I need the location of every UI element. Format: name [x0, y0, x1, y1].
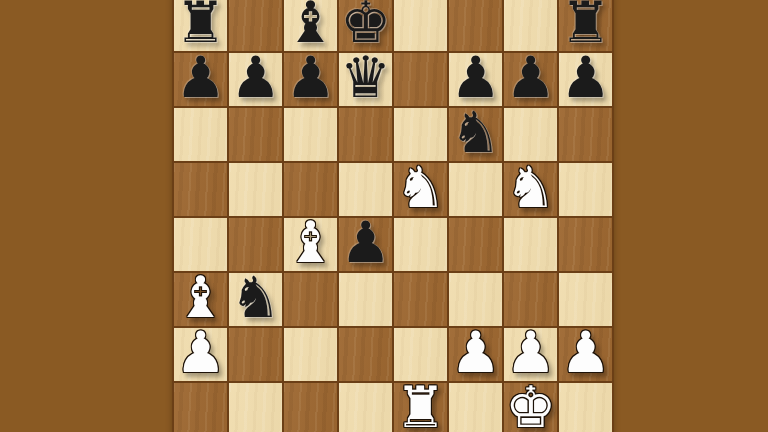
square-e5[interactable]: ♞ — [393, 162, 448, 217]
square-a6[interactable] — [173, 107, 228, 162]
piece-black-bishop[interactable]: ♝ — [285, 0, 336, 50]
piece-black-pawn[interactable]: ♟ — [285, 50, 336, 105]
piece-white-pawn[interactable]: ♟ — [175, 325, 226, 380]
chess-board: ♜♝♚♜♟♟♟♛♟♟♟♞♞♞♝♟♝♞♟♟♟♟♜♚ — [172, 0, 614, 432]
piece-white-pawn[interactable]: ♟ — [560, 325, 611, 380]
piece-black-pawn[interactable]: ♟ — [230, 50, 281, 105]
square-f2[interactable]: ♟ — [448, 327, 503, 382]
square-d4[interactable]: ♟ — [338, 217, 393, 272]
piece-black-pawn[interactable]: ♟ — [505, 50, 556, 105]
square-a1[interactable] — [173, 382, 228, 432]
square-c6[interactable] — [283, 107, 338, 162]
square-g5[interactable]: ♞ — [503, 162, 558, 217]
square-h6[interactable] — [558, 107, 613, 162]
square-h4[interactable] — [558, 217, 613, 272]
square-f5[interactable] — [448, 162, 503, 217]
square-e1[interactable]: ♜ — [393, 382, 448, 432]
square-h5[interactable] — [558, 162, 613, 217]
piece-white-bishop[interactable]: ♝ — [175, 270, 226, 325]
piece-white-knight[interactable]: ♞ — [505, 160, 556, 215]
piece-black-rook[interactable]: ♜ — [175, 0, 226, 50]
piece-white-rook[interactable]: ♜ — [395, 380, 446, 432]
square-c7[interactable]: ♟ — [283, 52, 338, 107]
square-c2[interactable] — [283, 327, 338, 382]
piece-black-pawn[interactable]: ♟ — [560, 50, 611, 105]
page-background: ♜♝♚♜♟♟♟♛♟♟♟♞♞♞♝♟♝♞♟♟♟♟♜♚ — [0, 0, 768, 432]
square-f6[interactable]: ♞ — [448, 107, 503, 162]
square-b5[interactable] — [228, 162, 283, 217]
piece-black-queen[interactable]: ♛ — [340, 50, 391, 105]
square-a5[interactable] — [173, 162, 228, 217]
square-g1[interactable]: ♚ — [503, 382, 558, 432]
piece-white-bishop[interactable]: ♝ — [285, 215, 336, 270]
square-d3[interactable] — [338, 272, 393, 327]
piece-black-knight[interactable]: ♞ — [450, 105, 501, 160]
square-b3[interactable]: ♞ — [228, 272, 283, 327]
piece-white-knight[interactable]: ♞ — [395, 160, 446, 215]
square-e3[interactable] — [393, 272, 448, 327]
square-d1[interactable] — [338, 382, 393, 432]
square-b1[interactable] — [228, 382, 283, 432]
square-h1[interactable] — [558, 382, 613, 432]
square-f4[interactable] — [448, 217, 503, 272]
piece-white-king[interactable]: ♚ — [505, 380, 556, 432]
square-c1[interactable] — [283, 382, 338, 432]
square-g7[interactable]: ♟ — [503, 52, 558, 107]
square-e7[interactable] — [393, 52, 448, 107]
square-e4[interactable] — [393, 217, 448, 272]
square-d7[interactable]: ♛ — [338, 52, 393, 107]
square-d2[interactable] — [338, 327, 393, 382]
piece-black-pawn[interactable]: ♟ — [450, 50, 501, 105]
piece-black-king[interactable]: ♚ — [340, 0, 391, 50]
piece-black-pawn[interactable]: ♟ — [340, 215, 391, 270]
square-a7[interactable]: ♟ — [173, 52, 228, 107]
piece-black-pawn[interactable]: ♟ — [175, 50, 226, 105]
piece-black-rook[interactable]: ♜ — [560, 0, 611, 50]
piece-white-pawn[interactable]: ♟ — [505, 325, 556, 380]
square-g4[interactable] — [503, 217, 558, 272]
square-a2[interactable]: ♟ — [173, 327, 228, 382]
piece-black-knight[interactable]: ♞ — [230, 270, 281, 325]
square-b7[interactable]: ♟ — [228, 52, 283, 107]
square-f1[interactable] — [448, 382, 503, 432]
square-e8[interactable] — [393, 0, 448, 52]
square-b2[interactable] — [228, 327, 283, 382]
square-c3[interactable] — [283, 272, 338, 327]
square-h2[interactable]: ♟ — [558, 327, 613, 382]
square-c4[interactable]: ♝ — [283, 217, 338, 272]
piece-white-pawn[interactable]: ♟ — [450, 325, 501, 380]
square-d6[interactable] — [338, 107, 393, 162]
square-b6[interactable] — [228, 107, 283, 162]
square-h7[interactable]: ♟ — [558, 52, 613, 107]
